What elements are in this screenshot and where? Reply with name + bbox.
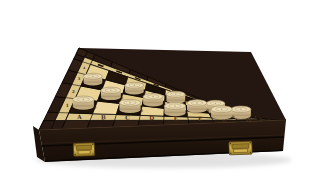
file-label: C [125, 115, 130, 121]
checker-piece-d2 [143, 93, 165, 107]
latch-left [73, 143, 94, 157]
latch-right [229, 141, 252, 155]
rank-label-left: 1 [66, 103, 69, 108]
file-label: A [76, 114, 82, 120]
checker-piece-b2 [101, 87, 123, 101]
rank-label-left: 2 [72, 89, 75, 94]
checker-piece-e1 [164, 103, 188, 118]
checker-piece-c1 [119, 99, 143, 114]
file-label: D [149, 115, 154, 121]
checker-piece-g1 [211, 106, 235, 121]
product-photo: ABCDEFGH11223344 [0, 0, 310, 186]
checker-piece-a3 [84, 73, 105, 86]
checker-piece-a1 [73, 96, 97, 111]
checker-piece-c3 [125, 82, 146, 95]
checkers-box-scene: ABCDEFGH11223344 [0, 0, 310, 186]
file-label: B [101, 114, 106, 120]
checker-piece-f2 [187, 100, 209, 114]
